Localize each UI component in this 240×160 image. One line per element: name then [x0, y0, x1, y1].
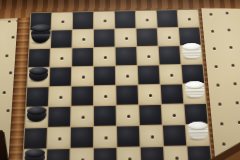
tray-peg-hole [227, 29, 230, 32]
square-r4c4[interactable] [94, 66, 115, 85]
square-r7c7[interactable] [163, 125, 186, 146]
checker-cap [187, 122, 208, 131]
peg-hole [103, 56, 106, 59]
peg-hole [81, 158, 84, 160]
square-r8c5[interactable] [117, 147, 140, 160]
square-r5c4[interactable] [94, 86, 116, 105]
square-r5c1[interactable] [26, 87, 48, 107]
square-r4c3[interactable] [72, 67, 93, 86]
square-r8c4[interactable] [94, 148, 117, 160]
peg-hole [150, 135, 153, 138]
square-r7c5[interactable] [117, 126, 140, 147]
square-r6c4[interactable] [94, 106, 116, 126]
peg-hole [104, 136, 107, 139]
white-checker[interactable] [182, 43, 202, 59]
checker-cap [182, 43, 201, 51]
square-r2c4[interactable] [94, 29, 115, 47]
square-r4c2[interactable] [50, 67, 72, 86]
peg-hole [145, 18, 148, 21]
square-r3c3[interactable] [72, 48, 93, 66]
square-r2c7[interactable] [158, 28, 179, 46]
peg-hole [126, 74, 129, 77]
tray-peg-hole [6, 109, 9, 112]
square-r7c6[interactable] [140, 126, 163, 147]
square-r8c8[interactable] [187, 146, 211, 160]
square-r4c5[interactable] [116, 66, 138, 85]
square-r8c7[interactable] [164, 147, 188, 160]
square-r2c2[interactable] [51, 30, 72, 48]
square-r5c8[interactable] [183, 84, 206, 103]
square-r2c3[interactable] [72, 30, 93, 48]
square-r3c1[interactable] [28, 49, 50, 67]
tray-peg-hole [225, 12, 228, 15]
square-r7c2[interactable] [47, 128, 70, 149]
tray-peg-hole [11, 36, 14, 39]
square-r6c7[interactable] [162, 104, 185, 124]
tray-peg-hole [218, 103, 221, 106]
square-r3c5[interactable] [116, 47, 137, 65]
square-r6c3[interactable] [71, 106, 93, 126]
square-r8c6[interactable] [141, 147, 164, 160]
peg-hole [125, 37, 128, 40]
black-checker[interactable] [24, 148, 45, 160]
square-r5c6[interactable] [138, 85, 160, 104]
square-r1c2[interactable] [52, 12, 73, 29]
tray-peg-hole [209, 13, 212, 16]
square-r3c4[interactable] [94, 47, 115, 65]
tray-peg-hole [9, 71, 12, 74]
peg-hole [187, 17, 190, 20]
tray-peg-hole [231, 64, 234, 67]
square-r1c5[interactable] [115, 11, 136, 28]
tray-peg-hole [213, 47, 216, 50]
tray-peg-hole [222, 142, 226, 145]
black-checker-stacked[interactable] [30, 24, 50, 43]
black-checker[interactable] [28, 67, 48, 82]
tray-peg-hole [236, 101, 239, 104]
tray-peg-hole [215, 65, 218, 68]
peg-hole [81, 75, 84, 78]
square-r1c3[interactable] [73, 12, 93, 29]
peg-hole [167, 36, 170, 39]
peg-hole [128, 157, 131, 160]
square-r5c3[interactable] [71, 86, 93, 106]
board-grid [23, 10, 212, 160]
black-checker[interactable] [26, 106, 46, 122]
peg-hole [127, 114, 130, 117]
square-r3c6[interactable] [137, 47, 159, 65]
peg-hole [58, 137, 61, 140]
checker-cap [184, 81, 204, 89]
tray-peg-hole [3, 91, 6, 94]
peg-hole [59, 95, 62, 98]
square-r5c5[interactable] [116, 85, 138, 104]
square-r6c5[interactable] [117, 105, 139, 125]
square-r1c7[interactable] [157, 10, 178, 27]
square-r6c2[interactable] [48, 107, 70, 127]
square-r1c6[interactable] [136, 11, 157, 28]
square-r7c4[interactable] [94, 127, 116, 148]
checkers-photo [0, 0, 240, 160]
tray-peg-hole [5, 54, 8, 57]
peg-hole [172, 113, 175, 116]
peg-hole [81, 115, 84, 118]
square-r7c1[interactable] [24, 128, 47, 149]
peg-hole [170, 73, 173, 76]
square-r7c3[interactable] [71, 127, 93, 148]
square-r8c1[interactable] [23, 149, 46, 160]
square-r4c7[interactable] [160, 65, 182, 84]
square-r4c6[interactable] [138, 65, 160, 84]
tray-peg-hole [220, 122, 223, 125]
square-r3c2[interactable] [50, 48, 71, 66]
square-r5c2[interactable] [49, 87, 71, 107]
square-r6c1[interactable] [25, 107, 48, 127]
peg-hole [82, 38, 85, 41]
square-r7c8[interactable] [186, 125, 210, 146]
square-r3c8[interactable] [180, 46, 202, 64]
square-r2c6[interactable] [136, 28, 157, 46]
square-r5c7[interactable] [161, 84, 184, 103]
peg-hole [104, 94, 107, 97]
tray-peg-hole [216, 84, 219, 87]
square-r6c6[interactable] [139, 105, 162, 125]
square-r2c1[interactable] [29, 31, 50, 49]
peg-hole [61, 20, 64, 23]
tray-peg-hole [238, 121, 240, 124]
white-checker[interactable] [184, 81, 205, 98]
square-r1c4[interactable] [94, 11, 114, 28]
tray-peg-hole [229, 46, 232, 49]
square-r2c5[interactable] [115, 29, 136, 47]
square-r8c3[interactable] [70, 148, 93, 160]
square-r1c8[interactable] [178, 10, 199, 27]
peg-hole [148, 93, 151, 96]
tray-peg-hole [233, 82, 236, 85]
square-r3c7[interactable] [159, 46, 181, 64]
square-r8c2[interactable] [47, 149, 70, 160]
peg-hole [103, 19, 106, 22]
board-perspective-wrapper [0, 4, 240, 160]
white-checker[interactable] [187, 122, 208, 140]
peg-hole [175, 156, 178, 159]
checkers-board [22, 9, 213, 160]
square-r4c1[interactable] [27, 68, 49, 87]
tray-peg-hole [211, 30, 214, 33]
peg-hole [60, 57, 63, 60]
peg-hole [147, 55, 150, 58]
